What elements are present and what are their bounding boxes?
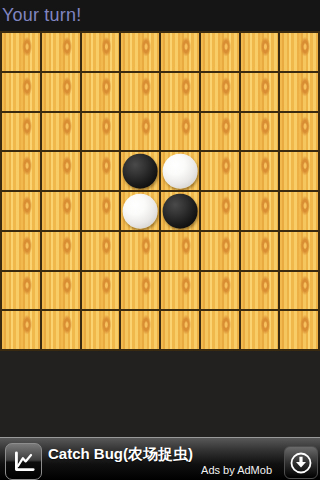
black-disc (163, 194, 198, 229)
white-disc (163, 154, 198, 189)
cell-f2[interactable] (201, 73, 239, 111)
cell-f5[interactable] (201, 192, 239, 230)
cell-c3[interactable] (82, 113, 120, 151)
cell-a1[interactable] (2, 33, 40, 71)
cell-h2[interactable] (280, 73, 318, 111)
cell-a3[interactable] (2, 113, 40, 151)
status-bar: Your turn! (0, 0, 320, 31)
cell-g1[interactable] (241, 33, 279, 71)
cell-f6[interactable] (201, 232, 239, 270)
background-area (0, 351, 320, 437)
cell-g5[interactable] (241, 192, 279, 230)
turn-status-text: Your turn! (2, 5, 81, 26)
download-icon (289, 451, 313, 475)
cell-a6[interactable] (2, 232, 40, 270)
cell-e1[interactable] (161, 33, 199, 71)
cell-f1[interactable] (201, 33, 239, 71)
cell-g2[interactable] (241, 73, 279, 111)
cell-f4[interactable] (201, 152, 239, 190)
cell-a5[interactable] (2, 192, 40, 230)
cell-b6[interactable] (42, 232, 80, 270)
cell-d3[interactable] (121, 113, 159, 151)
ad-banner[interactable]: Catch Bug(农场捉虫) Ads by AdMob (0, 437, 320, 480)
cell-b5[interactable] (42, 192, 80, 230)
app-screen: Your turn! Catch Bug(农场捉虫) Ads by AdMob (0, 0, 320, 480)
cell-e8[interactable] (161, 311, 199, 349)
cell-b4[interactable] (42, 152, 80, 190)
cell-a8[interactable] (2, 311, 40, 349)
cell-h8[interactable] (280, 311, 318, 349)
cell-h3[interactable] (280, 113, 318, 151)
cell-h4[interactable] (280, 152, 318, 190)
cell-b2[interactable] (42, 73, 80, 111)
cell-c2[interactable] (82, 73, 120, 111)
ad-title[interactable]: Catch Bug(农场捉虫) (48, 445, 193, 464)
line-chart-icon (11, 449, 37, 475)
download-button[interactable] (284, 446, 318, 479)
black-disc (123, 154, 158, 189)
cell-c4[interactable] (82, 152, 120, 190)
ads-by-label: Ads by AdMob (201, 464, 272, 476)
cell-e2[interactable] (161, 73, 199, 111)
cell-b3[interactable] (42, 113, 80, 151)
cell-g3[interactable] (241, 113, 279, 151)
cell-a2[interactable] (2, 73, 40, 111)
ad-app-icon[interactable] (5, 443, 42, 480)
cell-e6[interactable] (161, 232, 199, 270)
cell-f7[interactable] (201, 272, 239, 310)
cell-c6[interactable] (82, 232, 120, 270)
cell-g8[interactable] (241, 311, 279, 349)
cell-a4[interactable] (2, 152, 40, 190)
cell-c7[interactable] (82, 272, 120, 310)
cell-d8[interactable] (121, 311, 159, 349)
cell-a7[interactable] (2, 272, 40, 310)
cell-b1[interactable] (42, 33, 80, 71)
cell-c5[interactable] (82, 192, 120, 230)
white-disc (123, 194, 158, 229)
cell-d1[interactable] (121, 33, 159, 71)
cell-e5[interactable] (161, 192, 199, 230)
cell-f3[interactable] (201, 113, 239, 151)
cell-g7[interactable] (241, 272, 279, 310)
cell-e4[interactable] (161, 152, 199, 190)
cell-c8[interactable] (82, 311, 120, 349)
cell-c1[interactable] (82, 33, 120, 71)
cell-h7[interactable] (280, 272, 318, 310)
cell-d5[interactable] (121, 192, 159, 230)
cell-e3[interactable] (161, 113, 199, 151)
cell-f8[interactable] (201, 311, 239, 349)
cell-d2[interactable] (121, 73, 159, 111)
cell-g4[interactable] (241, 152, 279, 190)
cell-d6[interactable] (121, 232, 159, 270)
cell-e7[interactable] (161, 272, 199, 310)
cell-d4[interactable] (121, 152, 159, 190)
cell-b7[interactable] (42, 272, 80, 310)
cell-h5[interactable] (280, 192, 318, 230)
cell-g6[interactable] (241, 232, 279, 270)
cell-b8[interactable] (42, 311, 80, 349)
cell-d7[interactable] (121, 272, 159, 310)
othello-board (0, 31, 320, 351)
cell-h1[interactable] (280, 33, 318, 71)
cell-h6[interactable] (280, 232, 318, 270)
